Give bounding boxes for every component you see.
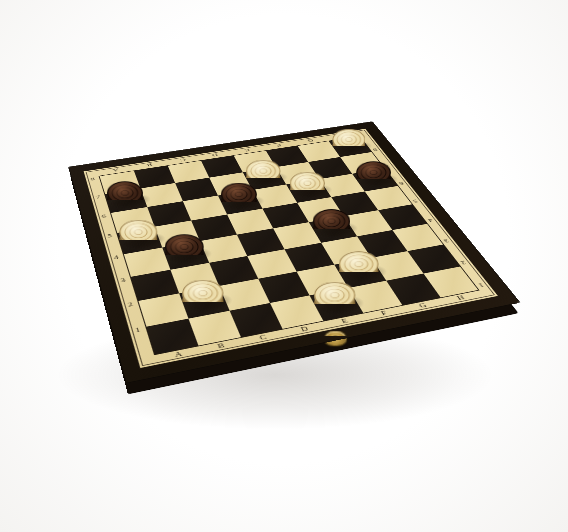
left-label-7: 7 bbox=[96, 195, 106, 214]
left-label-2: 2 bbox=[127, 301, 139, 328]
left-label-1: 1 bbox=[135, 327, 148, 355]
left-label-4: 4 bbox=[113, 255, 124, 278]
square-h2[interactable] bbox=[407, 245, 460, 274]
square-c1[interactable] bbox=[230, 303, 283, 337]
square-e3[interactable] bbox=[285, 243, 335, 272]
square-g1[interactable] bbox=[386, 274, 440, 306]
front-label-c: C bbox=[241, 330, 285, 344]
square-f1[interactable] bbox=[348, 281, 402, 313]
left-label-5: 5 bbox=[107, 234, 118, 256]
square-b1[interactable] bbox=[188, 311, 240, 346]
front-label-b: B bbox=[199, 339, 244, 354]
left-label-8: 8 bbox=[90, 177, 99, 195]
right-label-3: 3 bbox=[430, 222, 450, 243]
square-d3[interactable] bbox=[247, 249, 296, 278]
front-label-a: A bbox=[155, 347, 201, 362]
left-label-6: 6 bbox=[101, 214, 111, 235]
square-a4[interactable] bbox=[124, 248, 171, 277]
brass-clasp bbox=[324, 331, 346, 345]
square-h1[interactable] bbox=[424, 267, 479, 298]
right-label-2: 2 bbox=[446, 242, 467, 264]
left-label-3: 3 bbox=[120, 277, 132, 302]
square-a2[interactable] bbox=[138, 293, 188, 326]
front-label-e: E bbox=[323, 314, 366, 328]
square-d4[interactable] bbox=[237, 228, 285, 256]
square-d2[interactable] bbox=[258, 272, 309, 303]
front-label-g: G bbox=[402, 299, 444, 312]
square-a1[interactable] bbox=[146, 319, 198, 355]
front-label-d: D bbox=[282, 322, 326, 336]
front-label-f: F bbox=[363, 307, 406, 321]
square-a3[interactable] bbox=[131, 270, 179, 301]
front-label-h: H bbox=[440, 292, 482, 305]
scene: ABCDEFGH ABCDEFGH 87654321 87654321 bbox=[0, 0, 568, 532]
right-label-1: 1 bbox=[463, 264, 485, 288]
